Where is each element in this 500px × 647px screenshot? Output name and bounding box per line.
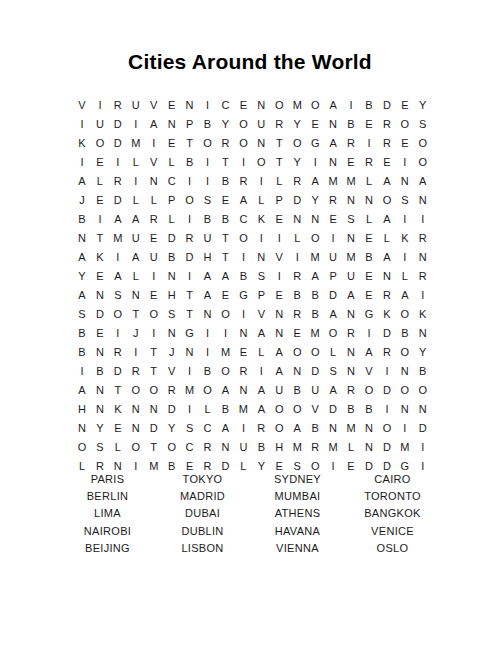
grid-cell-r1c4[interactable]: U [127, 96, 145, 115]
grid-cell-r2c13[interactable]: Y [288, 115, 306, 134]
grid-cell-r3c2[interactable]: O [91, 134, 109, 153]
grid-cell-r18c20[interactable]: D [414, 419, 432, 438]
grid-cell-r17c4[interactable]: N [127, 400, 145, 419]
grid-cell-r7c8[interactable]: B [199, 210, 217, 229]
grid-cell-r6c12[interactable]: P [270, 191, 288, 210]
grid-cell-r13c13[interactable]: E [288, 324, 306, 343]
grid-cell-r4c16[interactable]: E [342, 153, 360, 172]
grid-cell-r18c19[interactable]: I [396, 419, 414, 438]
grid-cell-r5c15[interactable]: M [324, 172, 342, 191]
grid-cell-r12c1[interactable]: S [73, 305, 91, 324]
grid-cell-r11c18[interactable]: R [378, 286, 396, 305]
grid-cell-r14c9[interactable]: M [217, 343, 235, 362]
grid-cell-r18c18[interactable]: O [378, 419, 396, 438]
grid-cell-r10c6[interactable]: N [163, 267, 181, 286]
grid-cell-r18c7[interactable]: S [181, 419, 199, 438]
grid-cell-r6c7[interactable]: O [181, 191, 199, 210]
grid-cell-r13c19[interactable]: B [396, 324, 414, 343]
grid-cell-r1c8[interactable]: I [199, 96, 217, 115]
grid-cell-r8c11[interactable]: I [252, 229, 270, 248]
grid-cell-r12c10[interactable]: I [234, 305, 252, 324]
grid-cell-r7c15[interactable]: E [324, 210, 342, 229]
grid-cell-r17c14[interactable]: V [306, 400, 324, 419]
grid-cell-r9c17[interactable]: B [360, 248, 378, 267]
grid-cell-r19c9[interactable]: N [217, 438, 235, 457]
grid-cell-r4c20[interactable]: O [414, 153, 432, 172]
grid-cell-r8c9[interactable]: T [217, 229, 235, 248]
grid-cell-r14c1[interactable]: B [73, 343, 91, 362]
grid-cell-r15c9[interactable]: O [217, 362, 235, 381]
grid-cell-r16c10[interactable]: N [234, 381, 252, 400]
grid-cell-r16c8[interactable]: O [199, 381, 217, 400]
grid-cell-r12c3[interactable]: O [109, 305, 127, 324]
grid-cell-r11c15[interactable]: D [324, 286, 342, 305]
grid-cell-r5c17[interactable]: L [360, 172, 378, 191]
grid-cell-r5c9[interactable]: B [217, 172, 235, 191]
grid-cell-r1c5[interactable]: V [145, 96, 163, 115]
grid-cell-r4c8[interactable]: I [199, 153, 217, 172]
grid-cell-r18c10[interactable]: I [234, 419, 252, 438]
grid-cell-r2c19[interactable]: O [396, 115, 414, 134]
grid-cell-r9c18[interactable]: A [378, 248, 396, 267]
grid-cell-r8c7[interactable]: R [181, 229, 199, 248]
grid-cell-r5c2[interactable]: L [91, 172, 109, 191]
grid-cell-r13c6[interactable]: N [163, 324, 181, 343]
grid-cell-r18c6[interactable]: Y [163, 419, 181, 438]
grid-cell-r13c16[interactable]: R [342, 324, 360, 343]
grid-cell-r16c7[interactable]: M [181, 381, 199, 400]
grid-cell-r1c9[interactable]: C [217, 96, 235, 115]
grid-cell-r15c20[interactable]: B [414, 362, 432, 381]
grid-cell-r6c9[interactable]: E [217, 191, 235, 210]
grid-cell-r15c10[interactable]: R [234, 362, 252, 381]
grid-cell-r4c4[interactable]: L [127, 153, 145, 172]
grid-cell-r8c8[interactable]: U [199, 229, 217, 248]
grid-cell-r17c19[interactable]: N [396, 400, 414, 419]
grid-cell-r14c17[interactable]: A [360, 343, 378, 362]
grid-cell-r8c20[interactable]: R [414, 229, 432, 248]
grid-cell-r14c7[interactable]: N [181, 343, 199, 362]
grid-cell-r16c18[interactable]: D [378, 381, 396, 400]
grid-cell-r1c17[interactable]: B [360, 96, 378, 115]
grid-cell-r12c17[interactable]: G [360, 305, 378, 324]
grid-cell-r2c9[interactable]: Y [217, 115, 235, 134]
grid-cell-r19c15[interactable]: M [324, 438, 342, 457]
grid-cell-r15c11[interactable]: I [252, 362, 270, 381]
grid-cell-r2c8[interactable]: B [199, 115, 217, 134]
grid-cell-r12c11[interactable]: V [252, 305, 270, 324]
grid-cell-r8c18[interactable]: L [378, 229, 396, 248]
grid-cell-r16c20[interactable]: O [414, 381, 432, 400]
grid-cell-r7c20[interactable]: I [414, 210, 432, 229]
grid-cell-r5c12[interactable]: L [270, 172, 288, 191]
grid-cell-r14c6[interactable]: J [163, 343, 181, 362]
grid-cell-r19c18[interactable]: D [378, 438, 396, 457]
grid-cell-r19c2[interactable]: S [91, 438, 109, 457]
grid-cell-r2c5[interactable]: A [145, 115, 163, 134]
grid-cell-r17c13[interactable]: O [288, 400, 306, 419]
grid-cell-r18c13[interactable]: A [288, 419, 306, 438]
grid-cell-r3c18[interactable]: R [378, 134, 396, 153]
grid-cell-r9c6[interactable]: B [163, 248, 181, 267]
grid-cell-r10c1[interactable]: Y [73, 267, 91, 286]
grid-cell-r5c19[interactable]: N [396, 172, 414, 191]
grid-cell-r13c12[interactable]: N [270, 324, 288, 343]
grid-cell-r18c14[interactable]: B [306, 419, 324, 438]
grid-cell-r10c5[interactable]: I [145, 267, 163, 286]
grid-cell-r16c16[interactable]: R [342, 381, 360, 400]
grid-cell-r5c7[interactable]: I [181, 172, 199, 191]
grid-cell-r8c3[interactable]: M [109, 229, 127, 248]
grid-cell-r17c7[interactable]: I [181, 400, 199, 419]
grid-cell-r11c3[interactable]: S [109, 286, 127, 305]
grid-cell-r19c5[interactable]: T [145, 438, 163, 457]
grid-cell-r2c10[interactable]: O [234, 115, 252, 134]
grid-cell-r2c16[interactable]: B [342, 115, 360, 134]
grid-cell-r1c7[interactable]: N [181, 96, 199, 115]
grid-cell-r17c12[interactable]: O [270, 400, 288, 419]
grid-cell-r14c2[interactable]: N [91, 343, 109, 362]
grid-cell-r7c16[interactable]: S [342, 210, 360, 229]
grid-cell-r13c20[interactable]: N [414, 324, 432, 343]
grid-cell-r7c9[interactable]: B [217, 210, 235, 229]
grid-cell-r4c19[interactable]: I [396, 153, 414, 172]
grid-cell-r11c14[interactable]: B [306, 286, 324, 305]
grid-cell-r8c1[interactable]: N [73, 229, 91, 248]
grid-cell-r18c15[interactable]: N [324, 419, 342, 438]
grid-cell-r7c2[interactable]: I [91, 210, 109, 229]
grid-cell-r15c5[interactable]: T [145, 362, 163, 381]
grid-cell-r17c9[interactable]: B [217, 400, 235, 419]
grid-cell-r11c17[interactable]: E [360, 286, 378, 305]
grid-cell-r4c11[interactable]: O [252, 153, 270, 172]
grid-cell-r16c15[interactable]: A [324, 381, 342, 400]
grid-cell-r7c13[interactable]: N [288, 210, 306, 229]
grid-cell-r3c14[interactable]: G [306, 134, 324, 153]
grid-cell-r15c19[interactable]: N [396, 362, 414, 381]
grid-cell-r11c10[interactable]: G [234, 286, 252, 305]
grid-cell-r3c9[interactable]: R [217, 134, 235, 153]
grid-cell-r4c5[interactable]: V [145, 153, 163, 172]
grid-cell-r9c7[interactable]: D [181, 248, 199, 267]
grid-cell-r14c18[interactable]: R [378, 343, 396, 362]
grid-cell-r18c5[interactable]: D [145, 419, 163, 438]
grid-cell-r17c17[interactable]: B [360, 400, 378, 419]
grid-cell-r2c18[interactable]: R [378, 115, 396, 134]
grid-cell-r1c16[interactable]: I [342, 96, 360, 115]
grid-cell-r1c14[interactable]: O [306, 96, 324, 115]
grid-cell-r1c15[interactable]: A [324, 96, 342, 115]
grid-cell-r17c11[interactable]: A [252, 400, 270, 419]
grid-cell-r6c20[interactable]: N [414, 191, 432, 210]
grid-cell-r15c15[interactable]: S [324, 362, 342, 381]
grid-cell-r10c3[interactable]: A [109, 267, 127, 286]
grid-cell-r4c6[interactable]: L [163, 153, 181, 172]
grid-cell-r8c19[interactable]: K [396, 229, 414, 248]
grid-cell-r6c2[interactable]: E [91, 191, 109, 210]
grid-cell-r16c3[interactable]: T [109, 381, 127, 400]
grid-cell-r5c20[interactable]: A [414, 172, 432, 191]
grid-cell-r9c2[interactable]: K [91, 248, 109, 267]
grid-cell-r6c6[interactable]: P [163, 191, 181, 210]
grid-cell-r16c17[interactable]: O [360, 381, 378, 400]
grid-cell-r2c20[interactable]: S [414, 115, 432, 134]
grid-cell-r1c13[interactable]: M [288, 96, 306, 115]
grid-cell-r17c6[interactable]: D [163, 400, 181, 419]
grid-cell-r15c8[interactable]: B [199, 362, 217, 381]
grid-cell-r19c7[interactable]: C [181, 438, 199, 457]
grid-cell-r10c7[interactable]: I [181, 267, 199, 286]
grid-cell-r15c13[interactable]: N [288, 362, 306, 381]
grid-cell-r18c11[interactable]: R [252, 419, 270, 438]
grid-cell-r18c1[interactable]: N [73, 419, 91, 438]
grid-cell-r6c16[interactable]: N [342, 191, 360, 210]
grid-cell-r3c5[interactable]: I [145, 134, 163, 153]
grid-cell-r14c15[interactable]: L [324, 343, 342, 362]
grid-cell-r4c1[interactable]: I [73, 153, 91, 172]
grid-cell-r10c19[interactable]: L [396, 267, 414, 286]
grid-cell-r7c17[interactable]: L [360, 210, 378, 229]
grid-cell-r9c9[interactable]: T [217, 248, 235, 267]
grid-cell-r8c5[interactable]: E [145, 229, 163, 248]
grid-cell-r3c6[interactable]: E [163, 134, 181, 153]
grid-cell-r7c6[interactable]: L [163, 210, 181, 229]
grid-cell-r1c19[interactable]: E [396, 96, 414, 115]
grid-cell-r8c14[interactable]: O [306, 229, 324, 248]
grid-cell-r7c4[interactable]: A [127, 210, 145, 229]
grid-cell-r1c20[interactable]: Y [414, 96, 432, 115]
grid-cell-r19c1[interactable]: O [73, 438, 91, 457]
grid-cell-r4c13[interactable]: Y [288, 153, 306, 172]
grid-cell-r8c10[interactable]: O [234, 229, 252, 248]
grid-cell-r10c8[interactable]: A [199, 267, 217, 286]
grid-cell-r13c5[interactable]: I [145, 324, 163, 343]
grid-cell-r13c14[interactable]: M [306, 324, 324, 343]
grid-cell-r3c3[interactable]: D [109, 134, 127, 153]
grid-cell-r3c10[interactable]: O [234, 134, 252, 153]
grid-cell-r2c2[interactable]: U [91, 115, 109, 134]
grid-cell-r12c14[interactable]: B [306, 305, 324, 324]
grid-cell-r19c17[interactable]: N [360, 438, 378, 457]
grid-cell-r19c19[interactable]: M [396, 438, 414, 457]
grid-cell-r13c18[interactable]: D [378, 324, 396, 343]
grid-cell-r17c2[interactable]: N [91, 400, 109, 419]
grid-cell-r3c7[interactable]: T [181, 134, 199, 153]
grid-cell-r7c1[interactable]: B [73, 210, 91, 229]
grid-cell-r19c12[interactable]: H [270, 438, 288, 457]
grid-cell-r2c4[interactable]: I [127, 115, 145, 134]
grid-cell-r7c14[interactable]: N [306, 210, 324, 229]
grid-cell-r14c16[interactable]: N [342, 343, 360, 362]
grid-cell-r13c2[interactable]: E [91, 324, 109, 343]
grid-cell-r18c3[interactable]: E [109, 419, 127, 438]
grid-cell-r2c14[interactable]: E [306, 115, 324, 134]
grid-cell-r11c2[interactable]: N [91, 286, 109, 305]
grid-cell-r15c4[interactable]: R [127, 362, 145, 381]
grid-cell-r14c3[interactable]: R [109, 343, 127, 362]
grid-cell-r10c11[interactable]: S [252, 267, 270, 286]
grid-cell-r12c20[interactable]: K [414, 305, 432, 324]
grid-cell-r5c16[interactable]: M [342, 172, 360, 191]
grid-cell-r8c6[interactable]: D [163, 229, 181, 248]
grid-cell-r19c11[interactable]: B [252, 438, 270, 457]
grid-cell-r16c5[interactable]: O [145, 381, 163, 400]
grid-cell-r8c13[interactable]: L [288, 229, 306, 248]
grid-cell-r12c13[interactable]: R [288, 305, 306, 324]
grid-cell-r9c8[interactable]: H [199, 248, 217, 267]
grid-cell-r15c7[interactable]: I [181, 362, 199, 381]
grid-cell-r8c2[interactable]: T [91, 229, 109, 248]
grid-cell-r2c1[interactable]: I [73, 115, 91, 134]
grid-cell-r15c14[interactable]: D [306, 362, 324, 381]
grid-cell-r17c15[interactable]: D [324, 400, 342, 419]
grid-cell-r6c13[interactable]: D [288, 191, 306, 210]
grid-cell-r10c18[interactable]: N [378, 267, 396, 286]
grid-cell-r10c17[interactable]: E [360, 267, 378, 286]
grid-cell-r1c6[interactable]: E [163, 96, 181, 115]
grid-cell-r17c3[interactable]: K [109, 400, 127, 419]
grid-cell-r6c18[interactable]: O [378, 191, 396, 210]
grid-cell-r14c19[interactable]: O [396, 343, 414, 362]
grid-cell-r19c20[interactable]: I [414, 438, 432, 457]
grid-cell-r13c7[interactable]: G [181, 324, 199, 343]
grid-cell-r10c9[interactable]: A [217, 267, 235, 286]
grid-cell-r14c11[interactable]: L [252, 343, 270, 362]
grid-cell-r11c13[interactable]: B [288, 286, 306, 305]
grid-cell-r5c14[interactable]: A [306, 172, 324, 191]
grid-cell-r18c17[interactable]: N [360, 419, 378, 438]
grid-cell-r14c14[interactable]: O [306, 343, 324, 362]
grid-cell-r12c4[interactable]: T [127, 305, 145, 324]
grid-cell-r1c11[interactable]: N [252, 96, 270, 115]
grid-cell-r9c19[interactable]: I [396, 248, 414, 267]
grid-cell-r4c7[interactable]: B [181, 153, 199, 172]
grid-cell-r11c6[interactable]: H [163, 286, 181, 305]
grid-cell-r15c18[interactable]: I [378, 362, 396, 381]
grid-cell-r19c16[interactable]: L [342, 438, 360, 457]
grid-cell-r19c8[interactable]: R [199, 438, 217, 457]
grid-cell-r5c5[interactable]: N [145, 172, 163, 191]
grid-cell-r14c10[interactable]: E [234, 343, 252, 362]
grid-cell-r7c19[interactable]: I [396, 210, 414, 229]
grid-cell-r14c20[interactable]: Y [414, 343, 432, 362]
grid-cell-r19c13[interactable]: M [288, 438, 306, 457]
grid-cell-r3c8[interactable]: O [199, 134, 217, 153]
grid-cell-r5c8[interactable]: I [199, 172, 217, 191]
grid-cell-r19c10[interactable]: U [234, 438, 252, 457]
grid-cell-r16c12[interactable]: U [270, 381, 288, 400]
grid-cell-r13c4[interactable]: J [127, 324, 145, 343]
grid-cell-r11c1[interactable]: A [73, 286, 91, 305]
grid-cell-r19c6[interactable]: O [163, 438, 181, 457]
grid-cell-r1c12[interactable]: O [270, 96, 288, 115]
grid-cell-r4c9[interactable]: T [217, 153, 235, 172]
grid-cell-r10c4[interactable]: L [127, 267, 145, 286]
grid-cell-r4c10[interactable]: I [234, 153, 252, 172]
grid-cell-r9c5[interactable]: U [145, 248, 163, 267]
grid-cell-r8c17[interactable]: E [360, 229, 378, 248]
grid-cell-r2c6[interactable]: N [163, 115, 181, 134]
grid-cell-r9c3[interactable]: I [109, 248, 127, 267]
grid-cell-r18c4[interactable]: N [127, 419, 145, 438]
grid-cell-r4c3[interactable]: I [109, 153, 127, 172]
grid-cell-r4c17[interactable]: R [360, 153, 378, 172]
grid-cell-r3c20[interactable]: O [414, 134, 432, 153]
grid-cell-r16c9[interactable]: A [217, 381, 235, 400]
grid-cell-r10c2[interactable]: E [91, 267, 109, 286]
grid-cell-r18c2[interactable]: Y [91, 419, 109, 438]
grid-cell-r3c1[interactable]: K [73, 134, 91, 153]
grid-cell-r18c12[interactable]: O [270, 419, 288, 438]
grid-cell-r7c10[interactable]: C [234, 210, 252, 229]
grid-cell-r6c17[interactable]: N [360, 191, 378, 210]
grid-cell-r18c9[interactable]: A [217, 419, 235, 438]
grid-cell-r7c12[interactable]: E [270, 210, 288, 229]
grid-cell-r13c8[interactable]: I [199, 324, 217, 343]
grid-cell-r6c10[interactable]: A [234, 191, 252, 210]
grid-cell-r1c3[interactable]: R [109, 96, 127, 115]
grid-cell-r19c14[interactable]: R [306, 438, 324, 457]
grid-cell-r18c16[interactable]: M [342, 419, 360, 438]
grid-cell-r16c14[interactable]: U [306, 381, 324, 400]
grid-cell-r8c4[interactable]: U [127, 229, 145, 248]
grid-cell-r5c13[interactable]: R [288, 172, 306, 191]
grid-cell-r3c11[interactable]: N [252, 134, 270, 153]
grid-cell-r1c18[interactable]: D [378, 96, 396, 115]
grid-cell-r6c14[interactable]: Y [306, 191, 324, 210]
grid-cell-r9c14[interactable]: M [306, 248, 324, 267]
grid-cell-r4c18[interactable]: E [378, 153, 396, 172]
grid-cell-r17c10[interactable]: M [234, 400, 252, 419]
grid-cell-r15c17[interactable]: V [360, 362, 378, 381]
grid-cell-r7c5[interactable]: R [145, 210, 163, 229]
grid-cell-r10c14[interactable]: A [306, 267, 324, 286]
grid-cell-r7c18[interactable]: A [378, 210, 396, 229]
grid-cell-r16c1[interactable]: A [73, 381, 91, 400]
grid-cell-r16c19[interactable]: O [396, 381, 414, 400]
grid-cell-r16c11[interactable]: A [252, 381, 270, 400]
grid-cell-r12c15[interactable]: A [324, 305, 342, 324]
grid-cell-r1c2[interactable]: I [91, 96, 109, 115]
grid-cell-r11c4[interactable]: N [127, 286, 145, 305]
grid-cell-r9c4[interactable]: A [127, 248, 145, 267]
grid-cell-r1c1[interactable]: V [73, 96, 91, 115]
grid-cell-r12c12[interactable]: N [270, 305, 288, 324]
grid-cell-r9c20[interactable]: N [414, 248, 432, 267]
grid-cell-r3c16[interactable]: R [342, 134, 360, 153]
grid-cell-r15c16[interactable]: N [342, 362, 360, 381]
grid-cell-r1c10[interactable]: E [234, 96, 252, 115]
grid-cell-r2c12[interactable]: R [270, 115, 288, 134]
grid-cell-r15c1[interactable]: I [73, 362, 91, 381]
grid-cell-r10c15[interactable]: P [324, 267, 342, 286]
grid-cell-r13c11[interactable]: A [252, 324, 270, 343]
grid-cell-r7c7[interactable]: I [181, 210, 199, 229]
grid-cell-r10c16[interactable]: U [342, 267, 360, 286]
grid-cell-r6c19[interactable]: S [396, 191, 414, 210]
grid-cell-r9c16[interactable]: M [342, 248, 360, 267]
grid-cell-r3c15[interactable]: A [324, 134, 342, 153]
grid-cell-r16c6[interactable]: R [163, 381, 181, 400]
grid-cell-r4c15[interactable]: N [324, 153, 342, 172]
grid-cell-r14c5[interactable]: T [145, 343, 163, 362]
grid-cell-r7c3[interactable]: A [109, 210, 127, 229]
grid-cell-r12c8[interactable]: N [199, 305, 217, 324]
grid-cell-r14c8[interactable]: I [199, 343, 217, 362]
grid-cell-r16c13[interactable]: B [288, 381, 306, 400]
grid-cell-r11c16[interactable]: A [342, 286, 360, 305]
grid-cell-r5c3[interactable]: R [109, 172, 127, 191]
